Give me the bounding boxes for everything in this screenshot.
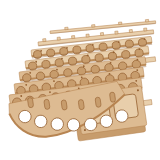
paint-rack-illustration bbox=[0, 0, 160, 160]
keyhole-slot bbox=[27, 97, 33, 108]
joint-tab bbox=[145, 19, 148, 22]
joint-tab bbox=[100, 33, 103, 36]
product-photo bbox=[0, 0, 160, 160]
joint-tab bbox=[86, 34, 89, 37]
keyhole-slot bbox=[78, 99, 84, 110]
joint-tab bbox=[72, 36, 75, 39]
joint-tab bbox=[115, 31, 118, 34]
joint-tab bbox=[92, 25, 95, 28]
keyhole-slot bbox=[109, 92, 115, 103]
joint-tab bbox=[57, 37, 60, 40]
joint-tab bbox=[143, 100, 152, 106]
keyhole-slot bbox=[95, 97, 101, 108]
joint-tab bbox=[145, 57, 155, 63]
keyhole-slot bbox=[44, 99, 50, 110]
joint-tab bbox=[144, 28, 147, 31]
joint-tab bbox=[118, 22, 121, 25]
joint-tab bbox=[65, 27, 68, 30]
joint-tab bbox=[43, 39, 46, 42]
joint-tab bbox=[129, 29, 132, 32]
keyhole-slot bbox=[61, 100, 67, 111]
